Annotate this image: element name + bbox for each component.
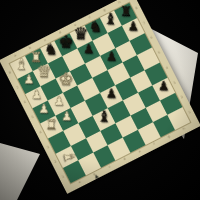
coord-label: 3 xyxy=(47,146,50,150)
piece-white-king-c6[interactable]: ♚ xyxy=(55,71,78,94)
pawn-glyph: ♟ xyxy=(53,96,64,109)
pawn-glyph: ♟ xyxy=(61,111,72,124)
pawn-glyph: ♟ xyxy=(31,88,42,101)
coord-label: f xyxy=(153,143,155,146)
coord-label: 2 xyxy=(181,96,184,100)
pawn-glyph: ♟ xyxy=(128,20,139,33)
bishop-glyph: ♝ xyxy=(60,149,78,165)
piece-black-pawn-f6[interactable]: ♟ xyxy=(100,48,123,71)
coord-label: 7 xyxy=(16,86,19,90)
coord-label: d xyxy=(123,158,126,162)
coord-label: 1 xyxy=(188,111,191,115)
coord-label: 4 xyxy=(39,131,42,135)
coord-label: 8 xyxy=(135,7,138,11)
coord-label: g xyxy=(168,135,171,139)
coord-label: e xyxy=(138,150,141,154)
coord-label: 6 xyxy=(150,36,153,40)
piece-black-pawn-e4[interactable]: ♟ xyxy=(100,85,123,108)
piece-black-bishop-d3[interactable]: ♝ xyxy=(93,108,116,131)
pawn-glyph: ♟ xyxy=(83,43,94,56)
coord-label: 6 xyxy=(24,101,27,105)
coord-label: 8 xyxy=(8,71,11,75)
king-glyph: ♚ xyxy=(59,71,74,88)
coord-label: 4 xyxy=(165,66,168,70)
coord-label: 7 xyxy=(143,22,146,26)
pawn-glyph: ♟ xyxy=(38,103,49,116)
pawn-glyph: ♟ xyxy=(23,74,34,87)
coord-label: 1 xyxy=(62,176,65,180)
coord-label: c xyxy=(109,166,112,170)
bishop-glyph: ♝ xyxy=(97,109,110,124)
coord-label: 5 xyxy=(31,116,34,120)
rook-glyph: ♜ xyxy=(120,5,132,19)
pawn-glyph: ♟ xyxy=(106,88,117,101)
queen-glyph: ♛ xyxy=(36,64,51,81)
coord-label: a xyxy=(78,181,81,185)
rook-glyph: ♜ xyxy=(46,118,58,132)
pawn-glyph: ♟ xyxy=(105,50,116,63)
coord-label: 3 xyxy=(173,81,176,85)
pawn-glyph: ♟ xyxy=(158,80,169,93)
chessboard-photo-scene: abcdefgh abcdefgh 87654321 87654321 ▲ ♝♜… xyxy=(0,0,200,200)
coord-label: 2 xyxy=(54,161,57,165)
coord-label: h xyxy=(183,128,186,132)
coord-label: 5 xyxy=(158,51,161,55)
